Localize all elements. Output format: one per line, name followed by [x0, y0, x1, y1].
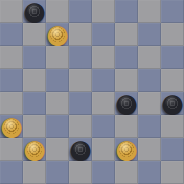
dark-square-r0c7[interactable]	[161, 0, 184, 23]
white-man-glyph: ●	[23, 138, 46, 161]
dark-square-r0c3[interactable]	[69, 0, 92, 23]
dark-square-r6c1[interactable]: ●	[23, 138, 46, 161]
dark-square-r3c6[interactable]	[138, 69, 161, 92]
dark-square-r0c1[interactable]: ●	[23, 0, 46, 23]
black-man-glyph: ●	[23, 0, 46, 23]
black-man-glyph: ●	[161, 92, 184, 115]
black-man[interactable]: ●	[23, 0, 46, 23]
light-square-r7c3	[69, 161, 92, 184]
dark-square-r4c5[interactable]: ●	[115, 92, 138, 115]
white-man-glyph: ●	[0, 115, 23, 138]
white-man[interactable]: ●	[46, 23, 69, 46]
black-man[interactable]: ●	[69, 138, 92, 161]
light-square-r0c4	[92, 0, 115, 23]
dark-square-r1c6[interactable]	[138, 23, 161, 46]
light-square-r4c2	[46, 92, 69, 115]
dark-square-r2c3[interactable]	[69, 46, 92, 69]
light-square-r1c5	[115, 23, 138, 46]
white-man-glyph: ●	[46, 23, 69, 46]
dark-square-r0c5[interactable]	[115, 0, 138, 23]
dark-square-r7c6[interactable]	[138, 161, 161, 184]
light-square-r6c4	[92, 138, 115, 161]
light-square-r4c4	[92, 92, 115, 115]
light-square-r7c7	[161, 161, 184, 184]
white-man[interactable]: ●	[115, 138, 138, 161]
light-square-r0c6	[138, 0, 161, 23]
light-square-r7c1	[23, 161, 46, 184]
dark-square-r7c2[interactable]	[46, 161, 69, 184]
white-man[interactable]: ●	[0, 115, 23, 138]
dark-square-r6c3[interactable]: ●	[69, 138, 92, 161]
light-square-r2c0	[0, 46, 23, 69]
light-square-r1c7	[161, 23, 184, 46]
dark-square-r2c7[interactable]	[161, 46, 184, 69]
dark-square-r1c4[interactable]	[92, 23, 115, 46]
light-square-r4c6	[138, 92, 161, 115]
dark-square-r7c0[interactable]	[0, 161, 23, 184]
black-man[interactable]: ●	[161, 92, 184, 115]
dark-square-r4c7[interactable]: ●	[161, 92, 184, 115]
white-man[interactable]: ●	[23, 138, 46, 161]
light-square-r2c6	[138, 46, 161, 69]
dark-square-r5c0[interactable]: ●	[0, 115, 23, 138]
white-man-glyph: ●	[115, 138, 138, 161]
dark-square-r1c2[interactable]: ●	[46, 23, 69, 46]
dark-square-r4c1[interactable]	[23, 92, 46, 115]
light-square-r6c2	[46, 138, 69, 161]
black-man-glyph: ●	[69, 138, 92, 161]
dark-square-r1c0[interactable]	[0, 23, 23, 46]
light-square-r1c1	[23, 23, 46, 46]
dark-square-r2c5[interactable]	[115, 46, 138, 69]
light-square-r5c7	[161, 115, 184, 138]
light-square-r3c3	[69, 69, 92, 92]
dark-square-r6c5[interactable]: ●	[115, 138, 138, 161]
light-square-r6c0	[0, 138, 23, 161]
dark-square-r4c3[interactable]	[69, 92, 92, 115]
light-square-r2c4	[92, 46, 115, 69]
black-man-glyph: ●	[115, 92, 138, 115]
light-square-r3c1	[23, 69, 46, 92]
dark-square-r3c4[interactable]	[92, 69, 115, 92]
dark-square-r2c1[interactable]	[23, 46, 46, 69]
dark-square-r7c4[interactable]	[92, 161, 115, 184]
light-square-r0c0	[0, 0, 23, 23]
black-man[interactable]: ●	[115, 92, 138, 115]
dark-square-r5c2[interactable]	[46, 115, 69, 138]
dark-square-r5c4[interactable]	[92, 115, 115, 138]
dark-square-r5c6[interactable]	[138, 115, 161, 138]
light-square-r6c6	[138, 138, 161, 161]
light-square-r2c2	[46, 46, 69, 69]
light-square-r1c3	[69, 23, 92, 46]
light-square-r7c5	[115, 161, 138, 184]
dark-square-r3c2[interactable]	[46, 69, 69, 92]
checkers-board: ●●●●●●●●	[0, 0, 184, 184]
dark-square-r3c0[interactable]	[0, 69, 23, 92]
dark-square-r6c7[interactable]	[161, 138, 184, 161]
